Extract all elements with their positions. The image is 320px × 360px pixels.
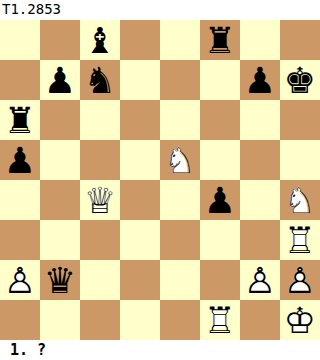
white-pawn-fill: ♟ xyxy=(0,260,40,300)
square-h2[interactable]: ♟♙ xyxy=(280,260,320,300)
square-b4[interactable] xyxy=(40,180,80,220)
square-d7[interactable] xyxy=(120,60,160,100)
square-a2[interactable]: ♟♙ xyxy=(0,260,40,300)
white-knight-fill: ♞ xyxy=(160,140,200,180)
white-rook[interactable]: ♖ xyxy=(280,220,320,260)
square-e7[interactable] xyxy=(160,60,200,100)
square-h7[interactable]: ♚ xyxy=(280,60,320,100)
square-f8[interactable]: ♜ xyxy=(200,20,240,60)
black-pawn[interactable]: ♟ xyxy=(40,60,80,100)
white-pawn[interactable]: ♙ xyxy=(0,260,40,300)
square-h1[interactable]: ♚♔ xyxy=(280,300,320,340)
square-e1[interactable] xyxy=(160,300,200,340)
square-g7[interactable]: ♟ xyxy=(240,60,280,100)
square-h5[interactable] xyxy=(280,140,320,180)
white-king[interactable]: ♔ xyxy=(280,300,320,340)
square-c4[interactable]: ♛♕ xyxy=(80,180,120,220)
black-bishop[interactable]: ♝ xyxy=(80,20,120,60)
square-a3[interactable] xyxy=(0,220,40,260)
square-d1[interactable] xyxy=(120,300,160,340)
white-knight-fill: ♞ xyxy=(280,180,320,220)
square-e8[interactable] xyxy=(160,20,200,60)
square-e5[interactable]: ♞♘ xyxy=(160,140,200,180)
white-rook-fill: ♜ xyxy=(200,300,240,340)
square-a6[interactable]: ♜ xyxy=(0,100,40,140)
square-g1[interactable] xyxy=(240,300,280,340)
square-d4[interactable] xyxy=(120,180,160,220)
white-pawn-fill: ♟ xyxy=(240,260,280,300)
white-pawn[interactable]: ♙ xyxy=(280,260,320,300)
square-b3[interactable] xyxy=(40,220,80,260)
square-b7[interactable]: ♟ xyxy=(40,60,80,100)
square-a8[interactable] xyxy=(0,20,40,60)
square-c5[interactable] xyxy=(80,140,120,180)
square-h8[interactable] xyxy=(280,20,320,60)
square-c8[interactable]: ♝ xyxy=(80,20,120,60)
white-queen[interactable]: ♕ xyxy=(80,180,120,220)
square-e3[interactable] xyxy=(160,220,200,260)
square-g4[interactable] xyxy=(240,180,280,220)
square-b8[interactable] xyxy=(40,20,80,60)
square-a1[interactable] xyxy=(0,300,40,340)
square-c6[interactable] xyxy=(80,100,120,140)
chess-board: ♝♜♟♞♟♚♜♟♞♘♛♕♟♞♘♜♖♟♙♛♟♙♟♙♜♖♚♔ xyxy=(0,20,320,340)
move-prompt-label: 1. ? xyxy=(10,340,46,360)
black-queen[interactable]: ♛ xyxy=(40,260,80,300)
square-e4[interactable] xyxy=(160,180,200,220)
square-d6[interactable] xyxy=(120,100,160,140)
square-b6[interactable] xyxy=(40,100,80,140)
square-f7[interactable] xyxy=(200,60,240,100)
white-rook-fill: ♜ xyxy=(280,220,320,260)
square-h6[interactable] xyxy=(280,100,320,140)
square-d5[interactable] xyxy=(120,140,160,180)
black-rook[interactable]: ♜ xyxy=(200,20,240,60)
square-c3[interactable] xyxy=(80,220,120,260)
white-pawn[interactable]: ♙ xyxy=(240,260,280,300)
square-f1[interactable]: ♜♖ xyxy=(200,300,240,340)
puzzle-id-label: T1.2853 xyxy=(2,0,61,20)
square-d3[interactable] xyxy=(120,220,160,260)
square-g2[interactable]: ♟♙ xyxy=(240,260,280,300)
chess-app-window: T1.2853 ♝♜♟♞♟♚♜♟♞♘♛♕♟♞♘♜♖♟♙♛♟♙♟♙♜♖♚♔ 1. … xyxy=(0,0,320,360)
square-b5[interactable] xyxy=(40,140,80,180)
black-pawn[interactable]: ♟ xyxy=(200,180,240,220)
square-e2[interactable] xyxy=(160,260,200,300)
square-c7[interactable]: ♞ xyxy=(80,60,120,100)
square-c2[interactable] xyxy=(80,260,120,300)
white-knight[interactable]: ♘ xyxy=(280,180,320,220)
square-f4[interactable]: ♟ xyxy=(200,180,240,220)
square-b1[interactable] xyxy=(40,300,80,340)
black-king[interactable]: ♚ xyxy=(280,60,320,100)
square-b2[interactable]: ♛ xyxy=(40,260,80,300)
white-knight[interactable]: ♘ xyxy=(160,140,200,180)
white-pawn-fill: ♟ xyxy=(280,260,320,300)
square-f2[interactable] xyxy=(200,260,240,300)
square-h4[interactable]: ♞♘ xyxy=(280,180,320,220)
white-king-fill: ♚ xyxy=(280,300,320,340)
square-e6[interactable] xyxy=(160,100,200,140)
square-g5[interactable] xyxy=(240,140,280,180)
square-c1[interactable] xyxy=(80,300,120,340)
square-f5[interactable] xyxy=(200,140,240,180)
square-d8[interactable] xyxy=(120,20,160,60)
white-rook[interactable]: ♖ xyxy=(200,300,240,340)
black-pawn[interactable]: ♟ xyxy=(240,60,280,100)
black-rook[interactable]: ♜ xyxy=(0,100,40,140)
square-d2[interactable] xyxy=(120,260,160,300)
square-f6[interactable] xyxy=(200,100,240,140)
square-f3[interactable] xyxy=(200,220,240,260)
square-h3[interactable]: ♜♖ xyxy=(280,220,320,260)
square-g8[interactable] xyxy=(240,20,280,60)
black-pawn[interactable]: ♟ xyxy=(0,140,40,180)
black-knight[interactable]: ♞ xyxy=(80,60,120,100)
square-a5[interactable]: ♟ xyxy=(0,140,40,180)
square-g6[interactable] xyxy=(240,100,280,140)
square-a4[interactable] xyxy=(0,180,40,220)
white-queen-fill: ♛ xyxy=(80,180,120,220)
square-a7[interactable] xyxy=(0,60,40,100)
square-g3[interactable] xyxy=(240,220,280,260)
